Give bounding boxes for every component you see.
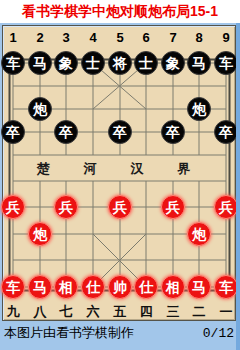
black-piece-卒: 卒	[1, 120, 25, 144]
river-text: 楚	[33, 160, 53, 178]
black-piece-卒: 卒	[214, 120, 238, 144]
xiangqi-app-screen: 看书学棋学中炮对顺炮布局15-1	[0, 0, 240, 350]
bottom-column-number: 二	[187, 303, 211, 321]
red-piece-帅: 帅	[108, 275, 132, 299]
bottom-column-number: 九	[1, 303, 25, 321]
top-column-number: 2	[30, 30, 50, 45]
black-piece-马: 马	[28, 51, 52, 75]
black-piece-象: 象	[161, 51, 185, 75]
top-column-number: 9	[216, 30, 236, 45]
bottom-column-number: 七	[54, 303, 78, 321]
black-piece-马: 马	[187, 51, 211, 75]
red-piece-仕: 仕	[134, 275, 158, 299]
red-piece-炮: 炮	[28, 222, 52, 246]
black-piece-卒: 卒	[54, 120, 78, 144]
bottom-column-number: 六	[81, 303, 105, 321]
red-piece-兵: 兵	[214, 195, 238, 219]
bottom-column-number: 一	[214, 303, 238, 321]
red-piece-兵: 兵	[1, 195, 25, 219]
red-piece-马: 马	[28, 275, 52, 299]
red-piece-兵: 兵	[108, 195, 132, 219]
red-piece-车: 车	[214, 275, 238, 299]
black-piece-象: 象	[54, 51, 78, 75]
red-piece-兵: 兵	[161, 195, 185, 219]
top-column-number: 7	[163, 30, 183, 45]
title-bar: 看书学棋学中炮对顺炮布局15-1	[0, 0, 240, 23]
red-piece-马: 马	[187, 275, 211, 299]
river-text: 汉	[127, 160, 147, 178]
top-column-number: 5	[110, 30, 130, 45]
black-piece-士: 士	[134, 51, 158, 75]
river-text: 河	[80, 160, 100, 178]
red-piece-相: 相	[54, 275, 78, 299]
black-piece-卒: 卒	[161, 120, 185, 144]
footer-bar: 本图片由看书学棋制作 0/12	[0, 322, 240, 350]
black-piece-车: 车	[1, 51, 25, 75]
bottom-column-number: 五	[108, 303, 132, 321]
top-column-number: 8	[189, 30, 209, 45]
top-column-number: 4	[83, 30, 103, 45]
credit-text: 本图片由看书学棋制作	[4, 324, 134, 342]
right-edge-shade	[236, 23, 240, 350]
bottom-column-number: 八	[28, 303, 52, 321]
red-piece-兵: 兵	[54, 195, 78, 219]
top-column-number: 1	[3, 30, 23, 45]
river-text: 界	[174, 160, 194, 178]
move-counter: 0/12	[203, 326, 234, 341]
top-column-number: 6	[136, 30, 156, 45]
black-piece-炮: 炮	[28, 97, 52, 121]
red-piece-相: 相	[161, 275, 185, 299]
black-piece-将: 将	[108, 51, 132, 75]
page-title: 看书学棋学中炮对顺炮布局15-1	[22, 3, 218, 21]
red-piece-炮: 炮	[187, 222, 211, 246]
red-piece-仕: 仕	[81, 275, 105, 299]
black-piece-炮: 炮	[187, 97, 211, 121]
top-column-number: 3	[56, 30, 76, 45]
black-piece-车: 车	[214, 51, 238, 75]
black-piece-士: 士	[81, 51, 105, 75]
red-piece-车: 车	[1, 275, 25, 299]
bottom-column-number: 三	[161, 303, 185, 321]
bottom-column-number: 四	[134, 303, 158, 321]
black-piece-卒: 卒	[108, 120, 132, 144]
